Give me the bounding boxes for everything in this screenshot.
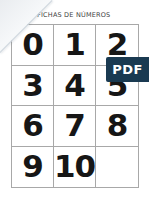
card-number: 2 — [107, 29, 128, 60]
number-grid: 0 1 2 3 4 5 6 7 8 9 10 — [11, 24, 139, 188]
document-page: FICHAS DE NÚMEROS 0 1 2 3 4 5 6 7 8 9 10… — [0, 0, 149, 198]
number-card-cell — [96, 147, 138, 188]
number-card-cell: 10 — [54, 147, 96, 188]
card-number: 7 — [64, 110, 85, 141]
page-title: FICHAS DE NÚMEROS — [37, 11, 110, 19]
card-number: 9 — [22, 151, 43, 182]
number-card-cell: 8 — [96, 106, 138, 147]
pdf-badge: PDF — [106, 57, 149, 82]
number-card-cell: 6 — [12, 106, 54, 147]
card-number: 0 — [22, 29, 43, 60]
card-number: 1 — [64, 29, 85, 60]
card-number: 4 — [64, 70, 85, 101]
number-card-cell: 4 — [54, 66, 96, 107]
number-card-cell: 1 — [54, 25, 96, 66]
number-card-cell: 0 — [12, 25, 54, 66]
card-number: 3 — [22, 70, 43, 101]
card-number: 10 — [54, 151, 95, 182]
card-number: 6 — [22, 110, 43, 141]
number-card-cell: 9 — [12, 147, 54, 188]
number-card-cell: 3 — [12, 66, 54, 107]
card-number: 8 — [107, 110, 128, 141]
number-card-cell: 7 — [54, 106, 96, 147]
